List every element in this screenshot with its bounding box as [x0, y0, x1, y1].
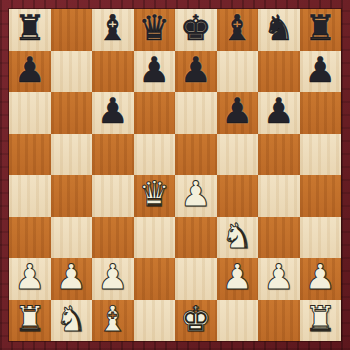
- square-h5[interactable]: [300, 134, 342, 176]
- square-a1[interactable]: ♜: [9, 300, 51, 342]
- square-g2[interactable]: ♟: [258, 258, 300, 300]
- square-c3[interactable]: [92, 217, 134, 259]
- piece-white-king-e1: ♚: [180, 302, 211, 337]
- square-a2[interactable]: ♟: [9, 258, 51, 300]
- square-c5[interactable]: [92, 134, 134, 176]
- square-f8[interactable]: ♝: [217, 9, 259, 51]
- chess-board: ♜♝♛♚♝♞♜♟♟♟♟♟♟♟♛♟♞♟♟♟♟♟♟♜♞♝♚♜: [9, 9, 341, 341]
- square-f5[interactable]: [217, 134, 259, 176]
- piece-white-pawn-g2: ♟: [263, 260, 294, 295]
- square-d7[interactable]: ♟: [134, 51, 176, 93]
- square-b7[interactable]: [51, 51, 93, 93]
- square-d5[interactable]: [134, 134, 176, 176]
- square-a3[interactable]: [9, 217, 51, 259]
- square-e8[interactable]: ♚: [175, 9, 217, 51]
- square-b3[interactable]: [51, 217, 93, 259]
- piece-white-pawn-h2: ♟: [305, 260, 336, 295]
- square-a6[interactable]: [9, 92, 51, 134]
- square-c2[interactable]: ♟: [92, 258, 134, 300]
- piece-black-knight-g8: ♞: [263, 11, 294, 46]
- square-b6[interactable]: [51, 92, 93, 134]
- square-f7[interactable]: [217, 51, 259, 93]
- piece-white-pawn-f2: ♟: [222, 260, 253, 295]
- square-g6[interactable]: ♟: [258, 92, 300, 134]
- piece-white-knight-b1: ♞: [56, 302, 87, 337]
- square-g3[interactable]: [258, 217, 300, 259]
- square-e2[interactable]: [175, 258, 217, 300]
- square-g5[interactable]: [258, 134, 300, 176]
- piece-black-bishop-f8: ♝: [222, 11, 253, 46]
- square-h7[interactable]: ♟: [300, 51, 342, 93]
- square-b5[interactable]: [51, 134, 93, 176]
- square-g8[interactable]: ♞: [258, 9, 300, 51]
- piece-black-bishop-c8: ♝: [97, 11, 128, 46]
- piece-black-pawn-e7: ♟: [180, 53, 211, 88]
- piece-white-queen-d4: ♛: [139, 177, 170, 212]
- piece-black-rook-h8: ♜: [305, 11, 336, 46]
- square-a8[interactable]: ♜: [9, 9, 51, 51]
- square-f6[interactable]: ♟: [217, 92, 259, 134]
- square-h1[interactable]: ♜: [300, 300, 342, 342]
- piece-black-pawn-f6: ♟: [222, 94, 253, 129]
- square-a4[interactable]: [9, 175, 51, 217]
- piece-black-pawn-g6: ♟: [263, 94, 294, 129]
- piece-black-pawn-d7: ♟: [139, 53, 170, 88]
- square-e7[interactable]: ♟: [175, 51, 217, 93]
- piece-white-bishop-c1: ♝: [97, 302, 128, 337]
- square-g1[interactable]: [258, 300, 300, 342]
- square-e6[interactable]: [175, 92, 217, 134]
- square-d3[interactable]: [134, 217, 176, 259]
- piece-white-rook-a1: ♜: [14, 302, 45, 337]
- piece-black-pawn-c6: ♟: [97, 94, 128, 129]
- square-h6[interactable]: [300, 92, 342, 134]
- piece-black-pawn-h7: ♟: [305, 53, 336, 88]
- square-h4[interactable]: [300, 175, 342, 217]
- square-c7[interactable]: [92, 51, 134, 93]
- square-f4[interactable]: [217, 175, 259, 217]
- square-d6[interactable]: [134, 92, 176, 134]
- piece-white-knight-f3: ♞: [222, 219, 253, 254]
- piece-black-queen-d8: ♛: [139, 11, 170, 46]
- square-d8[interactable]: ♛: [134, 9, 176, 51]
- square-c8[interactable]: ♝: [92, 9, 134, 51]
- piece-black-pawn-a7: ♟: [14, 53, 45, 88]
- square-c1[interactable]: ♝: [92, 300, 134, 342]
- square-d4[interactable]: ♛: [134, 175, 176, 217]
- square-a5[interactable]: [9, 134, 51, 176]
- piece-white-pawn-a2: ♟: [14, 260, 45, 295]
- square-h8[interactable]: ♜: [300, 9, 342, 51]
- chess-board-frame: ♜♝♛♚♝♞♜♟♟♟♟♟♟♟♛♟♞♟♟♟♟♟♟♜♞♝♚♜: [0, 0, 350, 350]
- square-d1[interactable]: [134, 300, 176, 342]
- piece-black-king-e8: ♚: [180, 11, 211, 46]
- square-d2[interactable]: [134, 258, 176, 300]
- square-b4[interactable]: [51, 175, 93, 217]
- square-e1[interactable]: ♚: [175, 300, 217, 342]
- square-c4[interactable]: [92, 175, 134, 217]
- square-b1[interactable]: ♞: [51, 300, 93, 342]
- square-b2[interactable]: ♟: [51, 258, 93, 300]
- square-b8[interactable]: [51, 9, 93, 51]
- piece-white-pawn-c2: ♟: [97, 260, 128, 295]
- square-g7[interactable]: [258, 51, 300, 93]
- square-c6[interactable]: ♟: [92, 92, 134, 134]
- square-f2[interactable]: ♟: [217, 258, 259, 300]
- square-a7[interactable]: ♟: [9, 51, 51, 93]
- square-g4[interactable]: [258, 175, 300, 217]
- square-e3[interactable]: [175, 217, 217, 259]
- square-h3[interactable]: [300, 217, 342, 259]
- piece-white-rook-h1: ♜: [305, 302, 336, 337]
- piece-white-pawn-e4: ♟: [180, 177, 211, 212]
- square-e5[interactable]: [175, 134, 217, 176]
- square-f3[interactable]: ♞: [217, 217, 259, 259]
- square-e4[interactable]: ♟: [175, 175, 217, 217]
- piece-white-pawn-b2: ♟: [56, 260, 87, 295]
- piece-black-rook-a8: ♜: [14, 11, 45, 46]
- square-f1[interactable]: [217, 300, 259, 342]
- square-h2[interactable]: ♟: [300, 258, 342, 300]
